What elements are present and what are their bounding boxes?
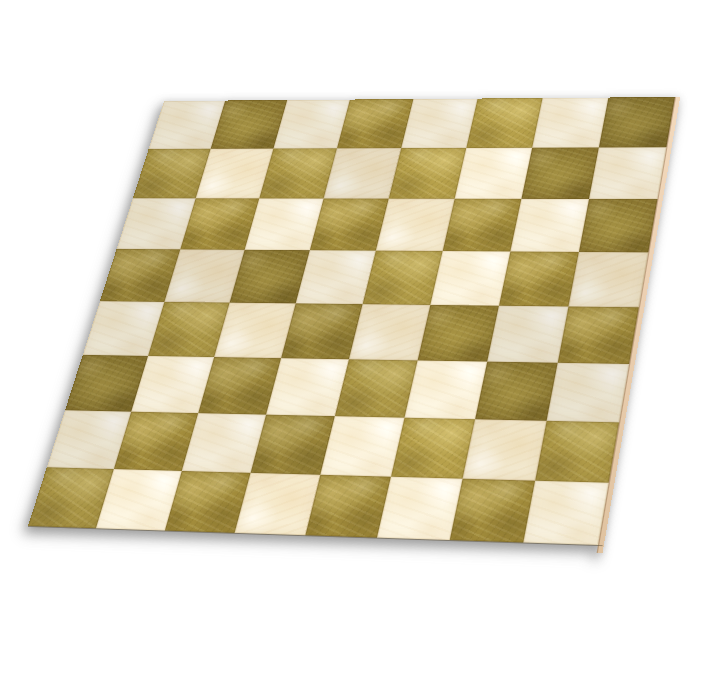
board-cell: [377, 477, 463, 540]
checkerboard: [28, 97, 675, 545]
board-cell: [568, 252, 648, 307]
board-cell: [535, 421, 619, 483]
board-cell: [418, 305, 499, 362]
board-cell: [523, 481, 608, 545]
board-cell: [599, 97, 675, 147]
board-cell: [443, 199, 522, 252]
board-cell: [376, 199, 455, 251]
board-cell: [532, 98, 608, 148]
tile-drop-shadow: [0, 0, 702, 700]
board-cell: [579, 199, 658, 252]
board-cell: [463, 419, 547, 480]
board-cell: [487, 306, 568, 363]
board-cell: [430, 251, 510, 306]
board-cell: [521, 147, 598, 198]
board-cell: [455, 148, 533, 199]
board-cell: [499, 251, 579, 306]
board-cell: [349, 304, 430, 360]
board-cell: [589, 147, 666, 199]
board-cell: [475, 362, 558, 421]
board-cell: [466, 98, 542, 148]
ceramic-tile: [26, 97, 680, 553]
board-cell: [391, 418, 475, 479]
board-cell: [450, 479, 535, 543]
board-cell: [510, 199, 589, 252]
board-cell: [401, 99, 477, 149]
board-cell: [335, 359, 418, 417]
board-cell: [389, 148, 467, 199]
product-photo-scene: [0, 0, 702, 700]
board-cell: [558, 307, 639, 364]
board-cell: [404, 360, 487, 419]
board-cell: [363, 251, 443, 305]
board-cell: [547, 363, 630, 423]
